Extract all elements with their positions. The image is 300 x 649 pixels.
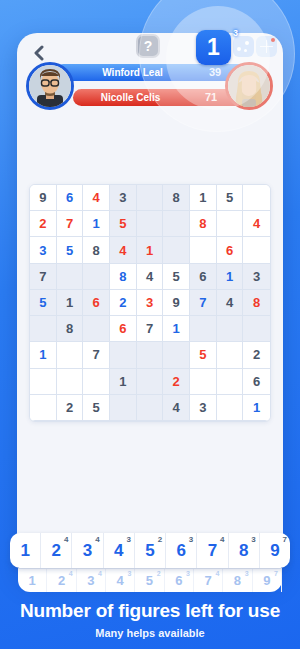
tray-number-9[interactable]: 97: [260, 533, 290, 568]
sudoku-cell-r4c7[interactable]: 6: [190, 264, 217, 290]
sudoku-cell-r4c9[interactable]: 3: [243, 264, 270, 290]
sudoku-cell-r9c9[interactable]: 1: [243, 395, 270, 421]
sudoku-cell-r5c7[interactable]: 7: [190, 290, 217, 316]
sudoku-cell-r8c1[interactable]: [30, 369, 57, 395]
tray-number-count: 4: [215, 570, 219, 577]
sudoku-cell-r3c7[interactable]: [190, 237, 217, 263]
sudoku-cell-r9c3[interactable]: 5: [83, 395, 110, 421]
sudoku-cell-r8c7[interactable]: [190, 369, 217, 395]
mini-grid-icon: [260, 40, 273, 53]
tray-number-count: 7: [274, 570, 278, 577]
sudoku-cell-r2c1[interactable]: 2: [30, 211, 57, 237]
sudoku-cell-r1c2[interactable]: 6: [57, 185, 84, 211]
tray-number-count: 3: [189, 535, 193, 544]
sudoku-cell-r4c4[interactable]: 8: [110, 264, 137, 290]
number-tray: 12434435263748397 12434435263748397: [10, 533, 290, 592]
tray-number-label: 6: [176, 541, 185, 561]
tray-number-2: 24: [47, 569, 76, 592]
player2-avatar: [225, 62, 273, 110]
sudoku-cell-r6c8[interactable]: [217, 316, 244, 342]
sudoku-cell-r4c6[interactable]: 5: [163, 264, 190, 290]
sudoku-cell-r4c8[interactable]: 1: [217, 264, 244, 290]
tray-number-label: 4: [117, 573, 124, 588]
sudoku-cell-r7c4[interactable]: [110, 342, 137, 368]
tray-number-label: 8: [239, 541, 248, 561]
tray-number-label: 8: [234, 573, 241, 588]
sudoku-cell-r2c9[interactable]: 4: [243, 211, 270, 237]
tray-number-label: 3: [87, 573, 94, 588]
tray-number-count: 4: [69, 570, 73, 577]
sudoku-cell-r6c1[interactable]: [30, 316, 57, 342]
tray-number-4: 43: [106, 569, 135, 592]
sudoku-cell-r2c3[interactable]: 1: [83, 211, 110, 237]
sudoku-cell-r8c2[interactable]: [57, 369, 84, 395]
sudoku-cell-r9c8[interactable]: [217, 395, 244, 421]
sudoku-cell-r2c6[interactable]: [163, 211, 190, 237]
sudoku-cell-r5c5[interactable]: 3: [137, 290, 164, 316]
app-screenshot: ? 1 3 Winford Leal 39 Nicolle Celis 71: [0, 0, 300, 649]
help-button[interactable]: ?: [136, 34, 160, 58]
caption-title: Number of figures left for use: [0, 600, 300, 622]
sudoku-cell-r4c5[interactable]: 4: [137, 264, 164, 290]
tray-number-label: 5: [145, 541, 154, 561]
sudoku-cell-r8c5[interactable]: [137, 369, 164, 395]
sudoku-cell-r8c8[interactable]: [217, 369, 244, 395]
tray-number-label: 2: [52, 541, 61, 561]
sudoku-cell-r1c7[interactable]: 1: [190, 185, 217, 211]
tray-number-count: 7: [283, 535, 287, 544]
tray-number-count: 4: [95, 535, 99, 544]
tray-number-5: 52: [135, 569, 164, 592]
tray-number-count: 4: [220, 535, 224, 544]
sudoku-cell-r3c4[interactable]: 4: [110, 237, 137, 263]
sudoku-cell-r8c4[interactable]: 1: [110, 369, 137, 395]
tray-number-1[interactable]: 1: [10, 533, 41, 568]
sudoku-cell-r6c3[interactable]: [83, 316, 110, 342]
number-tray-main-row: 12434435263748397: [10, 533, 290, 568]
sudoku-cell-r7c1[interactable]: 1: [30, 342, 57, 368]
sudoku-cell-r2c2[interactable]: 7: [57, 211, 84, 237]
tray-number-1: 1: [18, 569, 47, 592]
player1-score-bar: Winford Leal 39: [55, 64, 254, 81]
sudoku-cell-r2c5[interactable]: [137, 211, 164, 237]
sudoku-cell-r8c3[interactable]: [83, 369, 110, 395]
hint-button-disabled[interactable]: [233, 36, 254, 57]
sudoku-cell-r9c6[interactable]: 4: [163, 395, 190, 421]
sudoku-cell-r9c1[interactable]: [30, 395, 57, 421]
tray-number-8[interactable]: 83: [229, 533, 260, 568]
sudoku-cell-r7c2[interactable]: [57, 342, 84, 368]
tray-number-count: 3: [126, 535, 130, 544]
sudoku-cell-r1c3[interactable]: 4: [83, 185, 110, 211]
chevron-left-icon: [33, 45, 45, 61]
sudoku-cell-r6c7[interactable]: [190, 316, 217, 342]
tray-number-count: 3: [245, 570, 249, 577]
sudoku-cell-r8c9[interactable]: 6: [243, 369, 270, 395]
sudoku-cell-r3c5[interactable]: 1: [137, 237, 164, 263]
sudoku-cell-r6c9[interactable]: [243, 316, 270, 342]
tray-number-2[interactable]: 24: [41, 533, 72, 568]
tray-number-7[interactable]: 74: [197, 533, 228, 568]
sudoku-cell-r9c7[interactable]: 3: [190, 395, 217, 421]
tray-number-3[interactable]: 34: [72, 533, 103, 568]
tray-number-label: 7: [205, 573, 212, 588]
sudoku-cell-r9c4[interactable]: [110, 395, 137, 421]
tray-number-count: 3: [251, 535, 255, 544]
sudoku-cell-r2c4[interactable]: 5: [110, 211, 137, 237]
tray-number-6: 63: [165, 569, 194, 592]
sudoku-cell-r3c1[interactable]: 3: [30, 237, 57, 263]
tray-number-6[interactable]: 63: [166, 533, 197, 568]
tray-number-label: 2: [58, 573, 65, 588]
tray-number-count: 4: [64, 535, 68, 544]
tray-number-label: 4: [114, 541, 123, 561]
sudoku-cell-r7c8[interactable]: [217, 342, 244, 368]
tray-number-count: 3: [127, 570, 131, 577]
caption-subtitle: Many helps available: [0, 627, 300, 639]
player2-name: Nicolle Celis: [78, 89, 183, 106]
sudoku-cell-r6c5[interactable]: 7: [137, 316, 164, 342]
tray-number-5[interactable]: 52: [135, 533, 166, 568]
tray-number-label: 9: [270, 541, 279, 561]
sudoku-cell-r4c3[interactable]: [83, 264, 110, 290]
sudoku-cell-r9c5[interactable]: [137, 395, 164, 421]
number-tray-faded-row: 12434435263748397: [18, 568, 282, 592]
sudoku-cell-r7c9[interactable]: 2: [243, 342, 270, 368]
sudoku-cell-r3c2[interactable]: 5: [57, 237, 84, 263]
sudoku-cell-r9c2[interactable]: 2: [57, 395, 84, 421]
tray-number-4[interactable]: 43: [104, 533, 135, 568]
tray-number-count: 4: [98, 570, 102, 577]
sudoku-cell-r3c6[interactable]: [163, 237, 190, 263]
sudoku-cell-r1c5[interactable]: [137, 185, 164, 211]
tray-number-label: 9: [263, 573, 270, 588]
sudoku-cell-r3c9[interactable]: [243, 237, 270, 263]
sudoku-cell-r7c5[interactable]: [137, 342, 164, 368]
sudoku-cell-r7c3[interactable]: 7: [83, 342, 110, 368]
sudoku-cell-r7c7[interactable]: 5: [190, 342, 217, 368]
sudoku-cell-r5c8[interactable]: 4: [217, 290, 244, 316]
selected-number-count-badge: 3: [233, 28, 238, 38]
player1-avatar: [26, 62, 74, 110]
selected-number: 1: [207, 36, 220, 59]
sudoku-cell-r4c2[interactable]: [57, 264, 84, 290]
question-mark-icon: ?: [144, 38, 153, 54]
sudoku-cell-r1c6[interactable]: 8: [163, 185, 190, 211]
sudoku-cell-r4c1[interactable]: 7: [30, 264, 57, 290]
sudoku-cell-r8c6[interactable]: 2: [163, 369, 190, 395]
notification-dot: [271, 38, 275, 42]
sudoku-cell-r6c4[interactable]: 6: [110, 316, 137, 342]
sudoku-cell-r3c3[interactable]: 8: [83, 237, 110, 263]
tray-number-label: 5: [146, 573, 153, 588]
woman-avatar-icon: [228, 65, 270, 107]
sudoku-cell-r5c3[interactable]: 6: [83, 290, 110, 316]
tray-number-count: 2: [157, 570, 161, 577]
sudoku-grid: 9643815271584358416784561351623974886711…: [29, 184, 271, 422]
sudoku-cell-r1c8[interactable]: 5: [217, 185, 244, 211]
sudoku-cell-r7c6[interactable]: [163, 342, 190, 368]
sudoku-cell-r6c2[interactable]: 8: [57, 316, 84, 342]
back-button[interactable]: [28, 42, 50, 64]
sudoku-cell-r1c1[interactable]: 9: [30, 185, 57, 211]
sudoku-cell-r5c2[interactable]: 1: [57, 290, 84, 316]
selected-number-button[interactable]: 1 3: [196, 30, 231, 65]
sudoku-cell-r5c1[interactable]: 5: [30, 290, 57, 316]
sudoku-cell-r2c7[interactable]: 8: [190, 211, 217, 237]
tray-number-label: 6: [175, 573, 182, 588]
tray-number-count: 3: [186, 570, 190, 577]
sudoku-cell-r1c4[interactable]: 3: [110, 185, 137, 211]
man-avatar-icon: [29, 65, 71, 107]
tray-number-9: 97: [253, 569, 282, 592]
tray-number-3: 34: [77, 569, 106, 592]
tray-number-label: 7: [208, 541, 217, 561]
tray-number-7: 74: [194, 569, 223, 592]
sudoku-cell-r5c6[interactable]: 9: [163, 290, 190, 316]
player1-name: Winford Leal: [80, 64, 185, 81]
tray-number-label: 1: [29, 573, 36, 588]
tray-number-8: 83: [223, 569, 252, 592]
game-card: ? 1 3 Winford Leal 39 Nicolle Celis 71: [17, 33, 283, 579]
tray-number-label: 3: [83, 541, 92, 561]
tray-number-count: 2: [158, 535, 162, 544]
sudoku-cell-r2c8[interactable]: [217, 211, 244, 237]
tray-number-label: 1: [20, 541, 29, 561]
sudoku-cell-r5c4[interactable]: 2: [110, 290, 137, 316]
dots-icon: [237, 47, 241, 51]
sudoku-cell-r6c6[interactable]: 1: [163, 316, 190, 342]
sudoku-cell-r5c9[interactable]: 8: [243, 290, 270, 316]
sudoku-cell-r1c9[interactable]: [243, 185, 270, 211]
notes-button-disabled[interactable]: [256, 36, 277, 57]
sudoku-cell-r3c8[interactable]: 6: [217, 237, 244, 263]
